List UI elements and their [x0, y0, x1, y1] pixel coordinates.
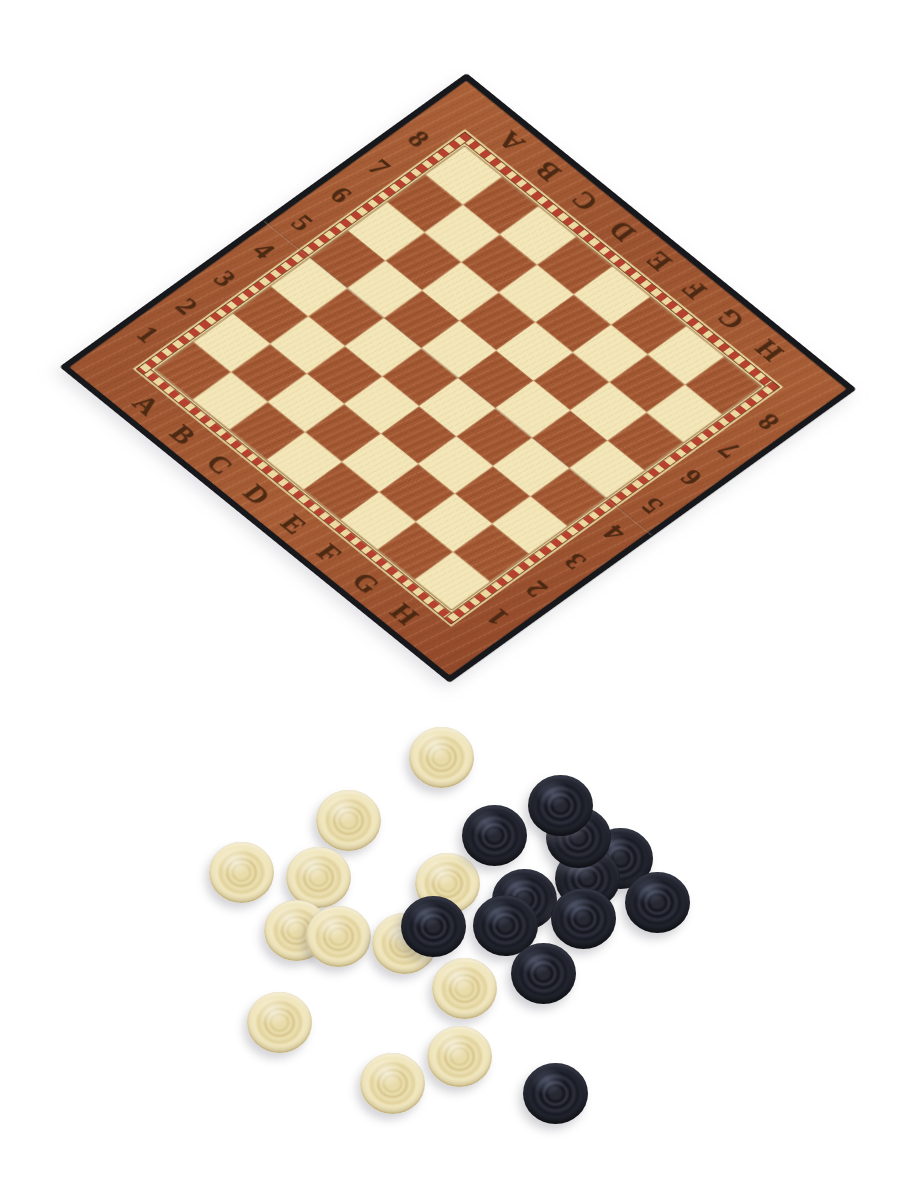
black-checker-piece[interactable] — [551, 888, 616, 949]
white-checker-piece[interactable] — [247, 992, 312, 1053]
white-checker-piece[interactable] — [360, 1053, 425, 1114]
black-checker-piece[interactable] — [401, 896, 466, 957]
white-checker-piece[interactable] — [432, 958, 497, 1019]
white-checker-piece[interactable] — [409, 727, 474, 788]
white-checker-piece[interactable] — [286, 847, 351, 908]
black-checker-piece[interactable] — [462, 805, 527, 866]
product-photo-stage: 87654321 87654321 ABCDEFGH ABCDEFGH — [0, 0, 900, 1200]
white-checker-piece[interactable] — [209, 842, 274, 903]
black-checker-piece[interactable] — [511, 943, 576, 1004]
white-checker-piece[interactable] — [427, 1026, 492, 1087]
black-checker-piece[interactable] — [523, 1063, 588, 1124]
pieces-pile — [0, 0, 900, 1200]
white-checker-piece[interactable] — [306, 906, 371, 967]
black-checker-piece[interactable] — [625, 872, 690, 933]
white-checker-piece[interactable] — [316, 790, 381, 851]
black-checker-piece[interactable] — [528, 775, 593, 836]
